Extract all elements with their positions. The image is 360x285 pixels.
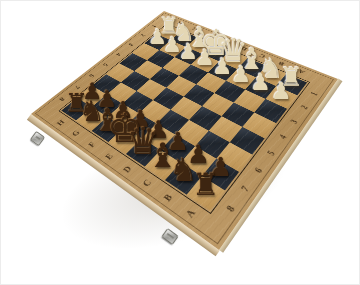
chess-set-photo: HHGGFFEEDDCCBBAA1122334455667788 ♜♞♝♛♚♝♞… <box>0 0 360 285</box>
metal-clasp-icon <box>30 131 45 146</box>
